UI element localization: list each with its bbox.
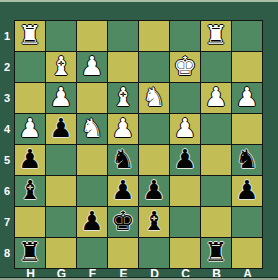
chess-board-frame: 12345678 ♜♜♝♟♚♟♝♞♟♟♟♟♞♟♟♟♞♟♞♝♟♟♟♟♚♝♜♜ HG…: [0, 0, 278, 280]
white-bishop-e3[interactable]: ♝: [108, 83, 138, 113]
black-king-e7[interactable]: ♚: [108, 207, 138, 237]
square-h4[interactable]: ♟: [15, 114, 45, 144]
frame-top-edge: [0, 0, 278, 2]
square-h2[interactable]: [15, 52, 45, 82]
square-f2[interactable]: ♟: [77, 52, 107, 82]
square-f4[interactable]: ♞: [77, 114, 107, 144]
square-h3[interactable]: [15, 83, 45, 113]
black-rook-b8[interactable]: ♜: [201, 238, 231, 268]
rank-label-5: 5: [0, 145, 14, 176]
chess-board[interactable]: ♜♜♝♟♚♟♝♞♟♟♟♟♞♟♟♟♞♟♞♝♟♟♟♟♚♝♜♜: [14, 20, 263, 269]
white-rook-h1[interactable]: ♜: [15, 21, 45, 51]
white-bishop-g2[interactable]: ♝: [46, 52, 76, 82]
square-d8[interactable]: [139, 238, 169, 268]
square-e6[interactable]: ♟: [108, 176, 138, 206]
square-a5[interactable]: ♞: [232, 145, 262, 175]
square-h8[interactable]: ♜: [15, 238, 45, 268]
rank-label-6: 6: [0, 176, 14, 207]
rank-label-7: 7: [0, 207, 14, 238]
square-f7[interactable]: ♟: [77, 207, 107, 237]
white-rook-b1[interactable]: ♜: [201, 21, 231, 51]
square-g5[interactable]: [46, 145, 76, 175]
square-b5[interactable]: [201, 145, 231, 175]
white-pawn-g3[interactable]: ♟: [46, 83, 76, 113]
square-b3[interactable]: ♟: [201, 83, 231, 113]
square-h6[interactable]: ♝: [15, 176, 45, 206]
black-bishop-h6[interactable]: ♝: [15, 176, 45, 206]
square-d4[interactable]: [139, 114, 169, 144]
black-pawn-d6[interactable]: ♟: [139, 176, 169, 206]
white-pawn-h4[interactable]: ♟: [15, 114, 45, 144]
white-pawn-e4[interactable]: ♟: [108, 114, 138, 144]
square-g2[interactable]: ♝: [46, 52, 76, 82]
square-a4[interactable]: [232, 114, 262, 144]
square-g4[interactable]: ♟: [46, 114, 76, 144]
white-pawn-a3[interactable]: ♟: [232, 83, 262, 113]
black-knight-a5[interactable]: ♞: [232, 145, 262, 175]
black-rook-h8[interactable]: ♜: [15, 238, 45, 268]
white-king-c2[interactable]: ♚: [170, 52, 200, 82]
white-pawn-b3[interactable]: ♟: [201, 83, 231, 113]
square-g6[interactable]: [46, 176, 76, 206]
square-b2[interactable]: [201, 52, 231, 82]
rank-labels: 12345678: [0, 21, 14, 269]
square-e8[interactable]: [108, 238, 138, 268]
rank-label-1: 1: [0, 21, 14, 52]
square-a8[interactable]: [232, 238, 262, 268]
square-f3[interactable]: [77, 83, 107, 113]
square-e3[interactable]: ♝: [108, 83, 138, 113]
square-e2[interactable]: [108, 52, 138, 82]
square-d7[interactable]: ♝: [139, 207, 169, 237]
square-g3[interactable]: ♟: [46, 83, 76, 113]
square-a6[interactable]: ♟: [232, 176, 262, 206]
square-d6[interactable]: ♟: [139, 176, 169, 206]
square-e7[interactable]: ♚: [108, 207, 138, 237]
square-c4[interactable]: ♟: [170, 114, 200, 144]
square-a3[interactable]: ♟: [232, 83, 262, 113]
square-f6[interactable]: [77, 176, 107, 206]
white-knight-d3[interactable]: ♞: [139, 83, 169, 113]
black-bishop-d7[interactable]: ♝: [139, 207, 169, 237]
black-pawn-f7[interactable]: ♟: [77, 207, 107, 237]
white-pawn-f2[interactable]: ♟: [77, 52, 107, 82]
white-pawn-c4[interactable]: ♟: [170, 114, 200, 144]
square-f5[interactable]: [77, 145, 107, 175]
square-d1[interactable]: [139, 21, 169, 51]
square-c7[interactable]: [170, 207, 200, 237]
black-pawn-e6[interactable]: ♟: [108, 176, 138, 206]
black-pawn-c5[interactable]: ♟: [170, 145, 200, 175]
rank-label-8: 8: [0, 238, 14, 269]
square-d5[interactable]: [139, 145, 169, 175]
square-e1[interactable]: [108, 21, 138, 51]
black-pawn-a6[interactable]: ♟: [232, 176, 262, 206]
rank-label-3: 3: [0, 83, 14, 114]
square-c3[interactable]: [170, 83, 200, 113]
black-pawn-h5[interactable]: ♟: [15, 145, 45, 175]
square-a2[interactable]: [232, 52, 262, 82]
square-d2[interactable]: [139, 52, 169, 82]
black-pawn-g4[interactable]: ♟: [46, 114, 76, 144]
square-c8[interactable]: [170, 238, 200, 268]
square-a1[interactable]: [232, 21, 262, 51]
white-knight-f4[interactable]: ♞: [77, 114, 107, 144]
square-f8[interactable]: [77, 238, 107, 268]
square-d3[interactable]: ♞: [139, 83, 169, 113]
square-a7[interactable]: [232, 207, 262, 237]
square-h1[interactable]: ♜: [15, 21, 45, 51]
square-b1[interactable]: ♜: [201, 21, 231, 51]
square-c6[interactable]: [170, 176, 200, 206]
square-e4[interactable]: ♟: [108, 114, 138, 144]
square-h7[interactable]: [15, 207, 45, 237]
square-g8[interactable]: [46, 238, 76, 268]
square-h5[interactable]: ♟: [15, 145, 45, 175]
rank-label-2: 2: [0, 52, 14, 83]
square-b4[interactable]: [201, 114, 231, 144]
square-c1[interactable]: [170, 21, 200, 51]
square-b6[interactable]: [201, 176, 231, 206]
rank-label-4: 4: [0, 114, 14, 145]
square-c2[interactable]: ♚: [170, 52, 200, 82]
square-b8[interactable]: ♜: [201, 238, 231, 268]
square-g7[interactable]: [46, 207, 76, 237]
square-b7[interactable]: [201, 207, 231, 237]
square-g1[interactable]: [46, 21, 76, 51]
square-c5[interactable]: ♟: [170, 145, 200, 175]
black-knight-e5[interactable]: ♞: [108, 145, 138, 175]
square-e5[interactable]: ♞: [108, 145, 138, 175]
square-f1[interactable]: [77, 21, 107, 51]
